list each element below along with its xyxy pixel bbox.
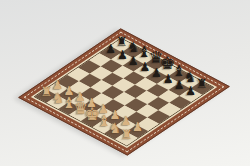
board-inner-margin: ♜♞♝♛♚♝♞♜♟♟♟♟♟♟♟♟♟♟♟♟♟♟♟♟♜♞♝♛♚♝♞♜	[31, 36, 217, 148]
chess-board: ♜♞♝♛♚♝♞♜♟♟♟♟♟♟♟♟♟♟♟♟♟♟♟♟♜♞♝♛♚♝♞♜	[18, 28, 230, 155]
white-pawn-g2[interactable]: ♟	[120, 116, 131, 128]
black-pawn-c7[interactable]: ♟	[128, 55, 139, 67]
black-pawn-g7[interactable]: ♟	[174, 79, 185, 91]
black-pawn-d7[interactable]: ♟	[140, 61, 151, 73]
black-pawn-h7[interactable]: ♟	[186, 85, 197, 97]
black-knight-g8[interactable]: ♞	[184, 70, 197, 84]
black-pawn-f7[interactable]: ♟	[163, 73, 174, 85]
white-rook-a1[interactable]: ♜	[40, 85, 52, 98]
chess-board-grid: ♜♞♝♛♚♝♞♜♟♟♟♟♟♟♟♟♟♟♟♟♟♟♟♟♜♞♝♛♚♝♞♜	[34, 38, 215, 146]
black-pawn-b7[interactable]: ♟	[117, 49, 128, 61]
black-rook-a8[interactable]: ♜	[116, 35, 128, 48]
white-pawn-h2[interactable]: ♟	[132, 122, 143, 134]
black-pawn-a7[interactable]: ♟	[105, 43, 116, 55]
photo-background: ♜♞♝♛♚♝♞♜♟♟♟♟♟♟♟♟♟♟♟♟♟♟♟♟♜♞♝♛♚♝♞♜	[0, 0, 250, 166]
black-rook-h8[interactable]: ♜	[196, 77, 208, 90]
board-frame: ♜♞♝♛♚♝♞♜♟♟♟♟♟♟♟♟♟♟♟♟♟♟♟♟♜♞♝♛♚♝♞♜	[18, 28, 230, 155]
white-rook-h1[interactable]: ♜	[121, 128, 133, 141]
white-knight-g1[interactable]: ♞	[109, 121, 122, 135]
black-pawn-e7[interactable]: ♟	[151, 67, 162, 79]
